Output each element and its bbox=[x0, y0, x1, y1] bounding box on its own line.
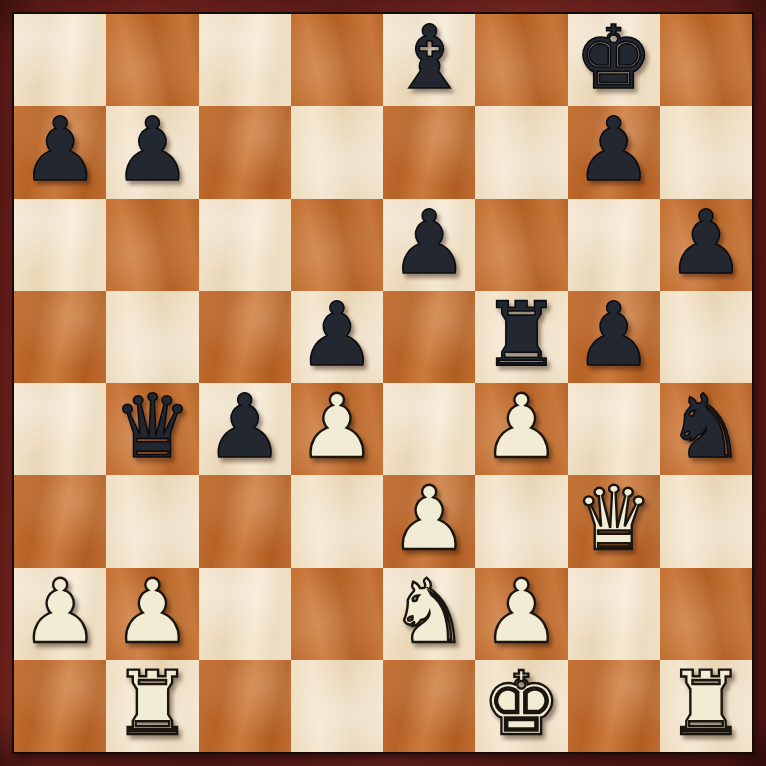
square-e7[interactable] bbox=[383, 106, 475, 198]
square-b6[interactable] bbox=[106, 199, 198, 291]
square-f5[interactable]: ♜ bbox=[475, 291, 567, 383]
square-d5[interactable]: ♟ bbox=[291, 291, 383, 383]
square-e1[interactable] bbox=[383, 660, 475, 752]
piece-black-king[interactable]: ♚ bbox=[574, 14, 653, 102]
square-b7[interactable]: ♟ bbox=[106, 106, 198, 198]
square-g5[interactable]: ♟ bbox=[568, 291, 660, 383]
square-c3[interactable] bbox=[199, 475, 291, 567]
square-h7[interactable] bbox=[660, 106, 752, 198]
square-h1[interactable]: ♜ bbox=[660, 660, 752, 752]
square-g3[interactable]: ♛ bbox=[568, 475, 660, 567]
square-c2[interactable] bbox=[199, 568, 291, 660]
piece-black-pawn[interactable]: ♟ bbox=[666, 199, 745, 287]
square-c6[interactable] bbox=[199, 199, 291, 291]
piece-black-knight[interactable]: ♞ bbox=[666, 383, 745, 471]
square-e8[interactable]: ♝ bbox=[383, 14, 475, 106]
square-a8[interactable] bbox=[14, 14, 106, 106]
square-g7[interactable]: ♟ bbox=[568, 106, 660, 198]
square-d4[interactable]: ♟ bbox=[291, 383, 383, 475]
square-b1[interactable]: ♜ bbox=[106, 660, 198, 752]
piece-black-pawn[interactable]: ♟ bbox=[574, 106, 653, 194]
square-c8[interactable] bbox=[199, 14, 291, 106]
square-h3[interactable] bbox=[660, 475, 752, 567]
square-f8[interactable] bbox=[475, 14, 567, 106]
square-h2[interactable] bbox=[660, 568, 752, 660]
piece-black-pawn[interactable]: ♟ bbox=[113, 106, 192, 194]
square-g6[interactable] bbox=[568, 199, 660, 291]
square-a1[interactable] bbox=[14, 660, 106, 752]
square-a3[interactable] bbox=[14, 475, 106, 567]
square-c5[interactable] bbox=[199, 291, 291, 383]
square-d2[interactable] bbox=[291, 568, 383, 660]
square-c1[interactable] bbox=[199, 660, 291, 752]
square-d1[interactable] bbox=[291, 660, 383, 752]
square-f6[interactable] bbox=[475, 199, 567, 291]
piece-white-pawn[interactable]: ♟ bbox=[482, 568, 561, 656]
square-d7[interactable] bbox=[291, 106, 383, 198]
square-e5[interactable] bbox=[383, 291, 475, 383]
square-e3[interactable]: ♟ bbox=[383, 475, 475, 567]
square-b4[interactable]: ♛ bbox=[106, 383, 198, 475]
square-b8[interactable] bbox=[106, 14, 198, 106]
square-g2[interactable] bbox=[568, 568, 660, 660]
square-d3[interactable] bbox=[291, 475, 383, 567]
square-e4[interactable] bbox=[383, 383, 475, 475]
piece-white-queen[interactable]: ♛ bbox=[574, 475, 653, 563]
square-e2[interactable]: ♞ bbox=[383, 568, 475, 660]
piece-black-queen[interactable]: ♛ bbox=[113, 383, 192, 471]
piece-white-pawn[interactable]: ♟ bbox=[390, 475, 469, 563]
square-h4[interactable]: ♞ bbox=[660, 383, 752, 475]
square-a2[interactable]: ♟ bbox=[14, 568, 106, 660]
square-h6[interactable]: ♟ bbox=[660, 199, 752, 291]
square-e6[interactable]: ♟ bbox=[383, 199, 475, 291]
board-frame: ♝♚♟♟♟♟♟♟♜♟♛♟♟♟♞♟♛♟♟♞♟♜♚♜ bbox=[0, 0, 766, 766]
square-d8[interactable] bbox=[291, 14, 383, 106]
piece-black-pawn[interactable]: ♟ bbox=[297, 291, 376, 379]
square-a4[interactable] bbox=[14, 383, 106, 475]
square-a6[interactable] bbox=[14, 199, 106, 291]
square-f2[interactable]: ♟ bbox=[475, 568, 567, 660]
square-f1[interactable]: ♚ bbox=[475, 660, 567, 752]
piece-white-pawn[interactable]: ♟ bbox=[482, 383, 561, 471]
piece-white-rook[interactable]: ♜ bbox=[113, 660, 192, 748]
square-f4[interactable]: ♟ bbox=[475, 383, 567, 475]
square-b3[interactable] bbox=[106, 475, 198, 567]
square-f3[interactable] bbox=[475, 475, 567, 567]
piece-black-pawn[interactable]: ♟ bbox=[574, 291, 653, 379]
piece-black-bishop[interactable]: ♝ bbox=[390, 14, 469, 102]
square-g1[interactable] bbox=[568, 660, 660, 752]
piece-black-pawn[interactable]: ♟ bbox=[205, 383, 284, 471]
chess-app: ♝♚♟♟♟♟♟♟♜♟♛♟♟♟♞♟♛♟♟♞♟♜♚♜ bbox=[0, 0, 766, 766]
piece-black-rook[interactable]: ♜ bbox=[482, 291, 561, 379]
square-c7[interactable] bbox=[199, 106, 291, 198]
square-b2[interactable]: ♟ bbox=[106, 568, 198, 660]
piece-black-pawn[interactable]: ♟ bbox=[390, 199, 469, 287]
square-d6[interactable] bbox=[291, 199, 383, 291]
piece-black-pawn[interactable]: ♟ bbox=[21, 106, 100, 194]
piece-white-pawn[interactable]: ♟ bbox=[21, 568, 100, 656]
piece-white-knight[interactable]: ♞ bbox=[390, 568, 469, 656]
square-f7[interactable] bbox=[475, 106, 567, 198]
square-c4[interactable]: ♟ bbox=[199, 383, 291, 475]
square-a5[interactable] bbox=[14, 291, 106, 383]
square-h5[interactable] bbox=[660, 291, 752, 383]
piece-white-pawn[interactable]: ♟ bbox=[297, 383, 376, 471]
square-g8[interactable]: ♚ bbox=[568, 14, 660, 106]
chess-board[interactable]: ♝♚♟♟♟♟♟♟♜♟♛♟♟♟♞♟♛♟♟♞♟♜♚♜ bbox=[12, 12, 754, 754]
square-g4[interactable] bbox=[568, 383, 660, 475]
piece-white-rook[interactable]: ♜ bbox=[666, 660, 745, 748]
piece-white-pawn[interactable]: ♟ bbox=[113, 568, 192, 656]
square-b5[interactable] bbox=[106, 291, 198, 383]
piece-white-king[interactable]: ♚ bbox=[482, 660, 561, 748]
square-a7[interactable]: ♟ bbox=[14, 106, 106, 198]
square-h8[interactable] bbox=[660, 14, 752, 106]
